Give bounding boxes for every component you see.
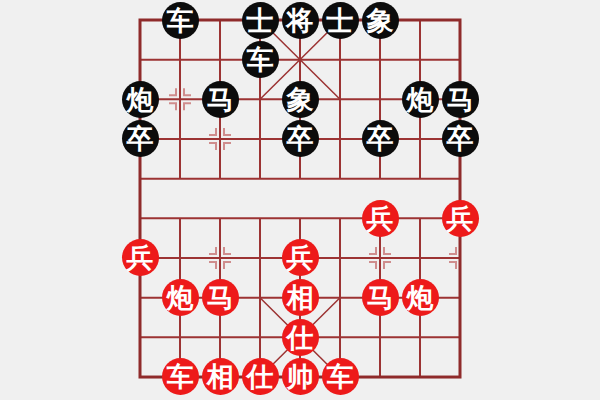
piece-black-chariot[interactable]: 车 <box>242 41 279 78</box>
piece-red-chariot[interactable]: 车 <box>162 358 199 395</box>
xiangqi-diagram: 车士将士象车炮马象炮马卒卒卒卒兵兵兵兵炮马相马炮仕车相仕帅车 <box>0 0 600 400</box>
piece-red-chariot[interactable]: 车 <box>322 358 359 395</box>
piece-red-general[interactable]: 帅 <box>282 358 319 395</box>
piece-black-horse[interactable]: 马 <box>202 81 239 118</box>
piece-red-cannon[interactable]: 炮 <box>402 279 439 316</box>
piece-red-cannon[interactable]: 炮 <box>162 279 199 316</box>
piece-black-chariot[interactable]: 车 <box>162 2 199 39</box>
piece-black-advisor[interactable]: 士 <box>242 2 279 39</box>
piece-black-horse[interactable]: 马 <box>442 81 479 118</box>
piece-black-cannon[interactable]: 炮 <box>402 81 439 118</box>
piece-black-cannon[interactable]: 炮 <box>122 81 159 118</box>
piece-red-soldier[interactable]: 兵 <box>362 200 399 237</box>
xiangqi-board[interactable]: 车士将士象车炮马象炮马卒卒卒卒兵兵兵兵炮马相马炮仕车相仕帅车 <box>120 0 480 397</box>
piece-black-soldier[interactable]: 卒 <box>442 120 479 157</box>
piece-red-advisor[interactable]: 仕 <box>242 358 279 395</box>
piece-red-soldier[interactable]: 兵 <box>282 239 319 276</box>
piece-red-horse[interactable]: 马 <box>362 279 399 316</box>
piece-red-horse[interactable]: 马 <box>202 279 239 316</box>
piece-red-elephant[interactable]: 相 <box>282 279 319 316</box>
piece-black-soldier[interactable]: 卒 <box>122 120 159 157</box>
piece-black-soldier[interactable]: 卒 <box>282 120 319 157</box>
piece-black-advisor[interactable]: 士 <box>322 2 359 39</box>
piece-red-elephant[interactable]: 相 <box>202 358 239 395</box>
piece-black-elephant[interactable]: 象 <box>362 2 399 39</box>
piece-black-general[interactable]: 将 <box>282 2 319 39</box>
piece-red-soldier[interactable]: 兵 <box>442 200 479 237</box>
piece-black-elephant[interactable]: 象 <box>282 81 319 118</box>
piece-red-advisor[interactable]: 仕 <box>282 319 319 356</box>
piece-black-soldier[interactable]: 卒 <box>362 120 399 157</box>
piece-red-soldier[interactable]: 兵 <box>122 239 159 276</box>
